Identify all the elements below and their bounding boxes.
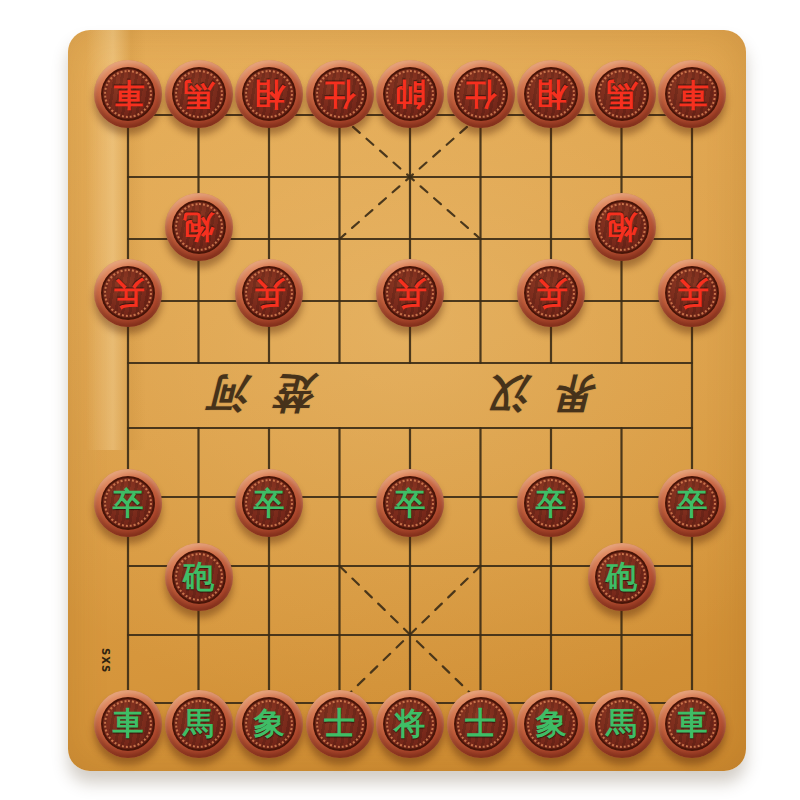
piece-red-炮-c1r2[interactable]: 炮 [165,193,233,261]
piece-engraved-face: 兵 [665,266,719,320]
piece-character: 車 [113,79,144,110]
piece-character: 卒 [536,488,567,519]
river-character: 楚 [278,366,318,421]
piece-engraved-face: 車 [665,67,719,121]
piece-green-卒-c2r6[interactable]: 卒 [235,469,303,537]
piece-red-兵-c6r3[interactable]: 兵 [517,259,585,327]
piece-character: 兵 [677,278,708,309]
piece-character: 卒 [395,488,426,519]
piece-green-士-c3r9[interactable]: 士 [306,690,374,758]
piece-green-車-c0r9[interactable]: 車 [94,690,162,758]
piece-engraved-face: 象 [242,697,296,751]
piece-character: 帥 [395,79,426,110]
piece-green-士-c5r9[interactable]: 士 [447,690,515,758]
piece-green-砲-c1r7[interactable]: 砲 [165,543,233,611]
piece-engraved-face: 卒 [665,476,719,530]
piece-character: 馬 [606,708,637,739]
river-character: 界 [558,366,598,421]
piece-character: 兵 [536,278,567,309]
piece-character: 馬 [183,79,214,110]
piece-green-馬-c7r9[interactable]: 馬 [588,690,656,758]
piece-green-車-c8r9[interactable]: 車 [658,690,726,758]
piece-engraved-face: 炮 [172,200,226,254]
piece-red-炮-c7r2[interactable]: 炮 [588,193,656,261]
piece-red-相-c2r0[interactable]: 相 [235,60,303,128]
piece-green-卒-c6r6[interactable]: 卒 [517,469,585,537]
piece-red-兵-c0r3[interactable]: 兵 [94,259,162,327]
piece-red-馬-c7r0[interactable]: 馬 [588,60,656,128]
piece-engraved-face: 相 [524,67,578,121]
piece-character: 兵 [254,278,285,309]
piece-character: 兵 [113,278,144,309]
piece-engraved-face: 相 [242,67,296,121]
piece-engraved-face: 兵 [524,266,578,320]
piece-engraved-face: 卒 [101,476,155,530]
piece-green-将-c4r9[interactable]: 将 [376,690,444,758]
piece-engraved-face: 士 [454,697,508,751]
piece-green-卒-c4r6[interactable]: 卒 [376,469,444,537]
piece-engraved-face: 卒 [524,476,578,530]
piece-red-仕-c5r0[interactable]: 仕 [447,60,515,128]
piece-green-象-c6r9[interactable]: 象 [517,690,585,758]
piece-character: 卒 [677,488,708,519]
piece-engraved-face: 兵 [101,266,155,320]
piece-character: 卒 [254,488,285,519]
piece-green-卒-c8r6[interactable]: 卒 [658,469,726,537]
piece-engraved-face: 馬 [595,697,649,751]
piece-character: 象 [536,708,567,739]
piece-engraved-face: 砲 [595,550,649,604]
piece-engraved-face: 車 [101,697,155,751]
piece-engraved-face: 仕 [454,67,508,121]
piece-red-帥-c4r0[interactable]: 帥 [376,60,444,128]
piece-red-兵-c4r3[interactable]: 兵 [376,259,444,327]
piece-engraved-face: 車 [101,67,155,121]
piece-character: 馬 [606,79,637,110]
piece-red-車-c0r0[interactable]: 車 [94,60,162,128]
piece-character: 士 [324,708,355,739]
piece-character: 砲 [606,561,637,592]
piece-engraved-face: 砲 [172,550,226,604]
piece-character: 兵 [395,278,426,309]
river-inscription-right: 汉界 [492,366,598,421]
piece-engraved-face: 卒 [242,476,296,530]
river-character: 汉 [492,366,532,421]
piece-red-馬-c1r0[interactable]: 馬 [165,60,233,128]
piece-character: 士 [465,708,496,739]
piece-character: 炮 [606,212,637,243]
piece-engraved-face: 将 [383,697,437,751]
piece-engraved-face: 兵 [383,266,437,320]
piece-green-象-c2r9[interactable]: 象 [235,690,303,758]
piece-character: 仕 [465,79,496,110]
piece-green-馬-c1r9[interactable]: 馬 [165,690,233,758]
piece-red-兵-c2r3[interactable]: 兵 [235,259,303,327]
piece-character: 車 [113,708,144,739]
piece-character: 馬 [183,708,214,739]
piece-character: 相 [254,79,285,110]
piece-red-車-c8r0[interactable]: 車 [658,60,726,128]
piece-engraved-face: 馬 [172,697,226,751]
piece-character: 仕 [324,79,355,110]
piece-engraved-face: 馬 [172,67,226,121]
piece-engraved-face: 仕 [313,67,367,121]
river-inscription-left: 河楚 [212,366,318,421]
piece-character: 炮 [183,212,214,243]
river-character: 河 [212,366,252,421]
piece-engraved-face: 炮 [595,200,649,254]
piece-character: 将 [395,708,426,739]
piece-engraved-face: 馬 [595,67,649,121]
piece-engraved-face: 帥 [383,67,437,121]
piece-engraved-face: 士 [313,697,367,751]
piece-character: 卒 [113,488,144,519]
brand-mark: SXS [100,648,111,673]
piece-character: 車 [677,79,708,110]
piece-character: 相 [536,79,567,110]
piece-red-兵-c8r3[interactable]: 兵 [658,259,726,327]
piece-red-仕-c3r0[interactable]: 仕 [306,60,374,128]
piece-red-相-c6r0[interactable]: 相 [517,60,585,128]
piece-character: 車 [677,708,708,739]
piece-green-卒-c0r6[interactable]: 卒 [94,469,162,537]
piece-engraved-face: 兵 [242,266,296,320]
piece-engraved-face: 卒 [383,476,437,530]
piece-green-砲-c7r7[interactable]: 砲 [588,543,656,611]
piece-engraved-face: 車 [665,697,719,751]
piece-character: 象 [254,708,285,739]
piece-character: 砲 [183,561,214,592]
piece-engraved-face: 象 [524,697,578,751]
